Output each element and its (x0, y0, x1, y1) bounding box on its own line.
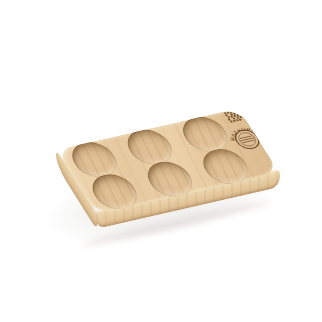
brand-arc-text: MAZHURA (223, 124, 261, 143)
qr-code-icon (224, 110, 244, 123)
brand-stamp-icon (231, 128, 263, 150)
product-photo-scene: MAZHURA (0, 0, 322, 322)
